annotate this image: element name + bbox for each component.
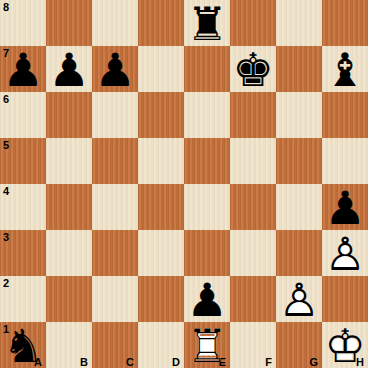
square-e8[interactable]: ♜ bbox=[184, 0, 230, 46]
square-h1[interactable]: H♚♔ bbox=[322, 322, 368, 368]
square-b2[interactable] bbox=[46, 276, 92, 322]
black-bishop-glyph: ♝ bbox=[322, 46, 368, 92]
square-e4[interactable] bbox=[184, 184, 230, 230]
black-pawn-glyph: ♟ bbox=[322, 184, 368, 230]
square-d1[interactable]: D bbox=[138, 322, 184, 368]
black-king-glyph: ♚ bbox=[230, 46, 276, 92]
square-g3[interactable] bbox=[276, 230, 322, 276]
square-f3[interactable] bbox=[230, 230, 276, 276]
square-c2[interactable] bbox=[92, 276, 138, 322]
black-knight[interactable]: ♞ bbox=[0, 322, 46, 368]
square-d4[interactable] bbox=[138, 184, 184, 230]
square-h6[interactable] bbox=[322, 92, 368, 138]
black-pawn-glyph: ♟ bbox=[92, 46, 138, 92]
white-pawn-glyph: ♟ bbox=[322, 230, 368, 276]
white-rook[interactable]: ♜♖ bbox=[184, 322, 230, 368]
square-e6[interactable] bbox=[184, 92, 230, 138]
square-b1[interactable]: B bbox=[46, 322, 92, 368]
square-a5[interactable]: 5 bbox=[0, 138, 46, 184]
square-g4[interactable] bbox=[276, 184, 322, 230]
square-e3[interactable] bbox=[184, 230, 230, 276]
square-h5[interactable] bbox=[322, 138, 368, 184]
black-pawn-glyph: ♟ bbox=[46, 46, 92, 92]
rank-label-6: 6 bbox=[3, 93, 9, 105]
black-pawn[interactable]: ♟ bbox=[322, 184, 368, 230]
square-g6[interactable] bbox=[276, 92, 322, 138]
black-pawn[interactable]: ♟ bbox=[46, 46, 92, 92]
black-bishop[interactable]: ♝ bbox=[322, 46, 368, 92]
square-c1[interactable]: C bbox=[92, 322, 138, 368]
black-pawn[interactable]: ♟ bbox=[184, 276, 230, 322]
file-label-d: D bbox=[172, 356, 180, 368]
square-d6[interactable] bbox=[138, 92, 184, 138]
white-pawn-glyph: ♟ bbox=[276, 276, 322, 322]
black-knight-glyph: ♞ bbox=[0, 322, 46, 368]
white-pawn[interactable]: ♟♙ bbox=[276, 276, 322, 322]
square-g7[interactable] bbox=[276, 46, 322, 92]
square-h8[interactable] bbox=[322, 0, 368, 46]
white-rook-outline: ♖ bbox=[184, 322, 230, 368]
square-c4[interactable] bbox=[92, 184, 138, 230]
white-rook-glyph: ♜ bbox=[184, 322, 230, 368]
white-pawn-outline: ♙ bbox=[322, 230, 368, 276]
square-g8[interactable] bbox=[276, 0, 322, 46]
white-pawn-outline: ♙ bbox=[276, 276, 322, 322]
square-b4[interactable] bbox=[46, 184, 92, 230]
square-d8[interactable] bbox=[138, 0, 184, 46]
white-king[interactable]: ♚♔ bbox=[322, 322, 368, 368]
square-d5[interactable] bbox=[138, 138, 184, 184]
square-c3[interactable] bbox=[92, 230, 138, 276]
square-f6[interactable] bbox=[230, 92, 276, 138]
square-f2[interactable] bbox=[230, 276, 276, 322]
black-king[interactable]: ♚ bbox=[230, 46, 276, 92]
square-g5[interactable] bbox=[276, 138, 322, 184]
square-f7[interactable]: ♚ bbox=[230, 46, 276, 92]
square-a4[interactable]: 4 bbox=[0, 184, 46, 230]
chess-board: 8♜7♟♟♟♚♝654♟3♟♙2♟♟♙1A♞BCDE♜♖FGH♚♔ bbox=[0, 0, 368, 368]
square-e5[interactable] bbox=[184, 138, 230, 184]
square-c5[interactable] bbox=[92, 138, 138, 184]
square-c7[interactable]: ♟ bbox=[92, 46, 138, 92]
black-rook[interactable]: ♜ bbox=[184, 0, 230, 46]
black-pawn[interactable]: ♟ bbox=[92, 46, 138, 92]
square-e1[interactable]: E♜♖ bbox=[184, 322, 230, 368]
square-e2[interactable]: ♟ bbox=[184, 276, 230, 322]
square-f8[interactable] bbox=[230, 0, 276, 46]
square-h4[interactable]: ♟ bbox=[322, 184, 368, 230]
file-label-c: C bbox=[126, 356, 134, 368]
rank-label-3: 3 bbox=[3, 231, 9, 243]
square-g1[interactable]: G bbox=[276, 322, 322, 368]
rank-label-4: 4 bbox=[3, 185, 9, 197]
rank-label-2: 2 bbox=[3, 277, 9, 289]
white-king-glyph: ♚ bbox=[322, 322, 368, 368]
square-d3[interactable] bbox=[138, 230, 184, 276]
square-f4[interactable] bbox=[230, 184, 276, 230]
rank-label-5: 5 bbox=[3, 139, 9, 151]
square-a8[interactable]: 8 bbox=[0, 0, 46, 46]
square-b6[interactable] bbox=[46, 92, 92, 138]
square-f1[interactable]: F bbox=[230, 322, 276, 368]
black-rook-glyph: ♜ bbox=[184, 0, 230, 46]
square-c6[interactable] bbox=[92, 92, 138, 138]
square-a2[interactable]: 2 bbox=[0, 276, 46, 322]
square-a6[interactable]: 6 bbox=[0, 92, 46, 138]
file-label-g: G bbox=[309, 356, 318, 368]
black-pawn-glyph: ♟ bbox=[184, 276, 230, 322]
square-c8[interactable] bbox=[92, 0, 138, 46]
rank-label-8: 8 bbox=[3, 1, 9, 13]
square-d2[interactable] bbox=[138, 276, 184, 322]
square-b7[interactable]: ♟ bbox=[46, 46, 92, 92]
black-pawn[interactable]: ♟ bbox=[0, 46, 46, 92]
square-g2[interactable]: ♟♙ bbox=[276, 276, 322, 322]
black-pawn-glyph: ♟ bbox=[0, 46, 46, 92]
square-b5[interactable] bbox=[46, 138, 92, 184]
square-b3[interactable] bbox=[46, 230, 92, 276]
square-a7[interactable]: 7♟ bbox=[0, 46, 46, 92]
square-a3[interactable]: 3 bbox=[0, 230, 46, 276]
square-d7[interactable] bbox=[138, 46, 184, 92]
square-a1[interactable]: 1A♞ bbox=[0, 322, 46, 368]
square-e7[interactable] bbox=[184, 46, 230, 92]
white-king-outline: ♔ bbox=[322, 322, 368, 368]
square-h3[interactable]: ♟♙ bbox=[322, 230, 368, 276]
square-h2[interactable] bbox=[322, 276, 368, 322]
square-f5[interactable] bbox=[230, 138, 276, 184]
white-pawn[interactable]: ♟♙ bbox=[322, 230, 368, 276]
file-label-b: B bbox=[80, 356, 88, 368]
square-h7[interactable]: ♝ bbox=[322, 46, 368, 92]
file-label-f: F bbox=[265, 356, 272, 368]
square-b8[interactable] bbox=[46, 0, 92, 46]
